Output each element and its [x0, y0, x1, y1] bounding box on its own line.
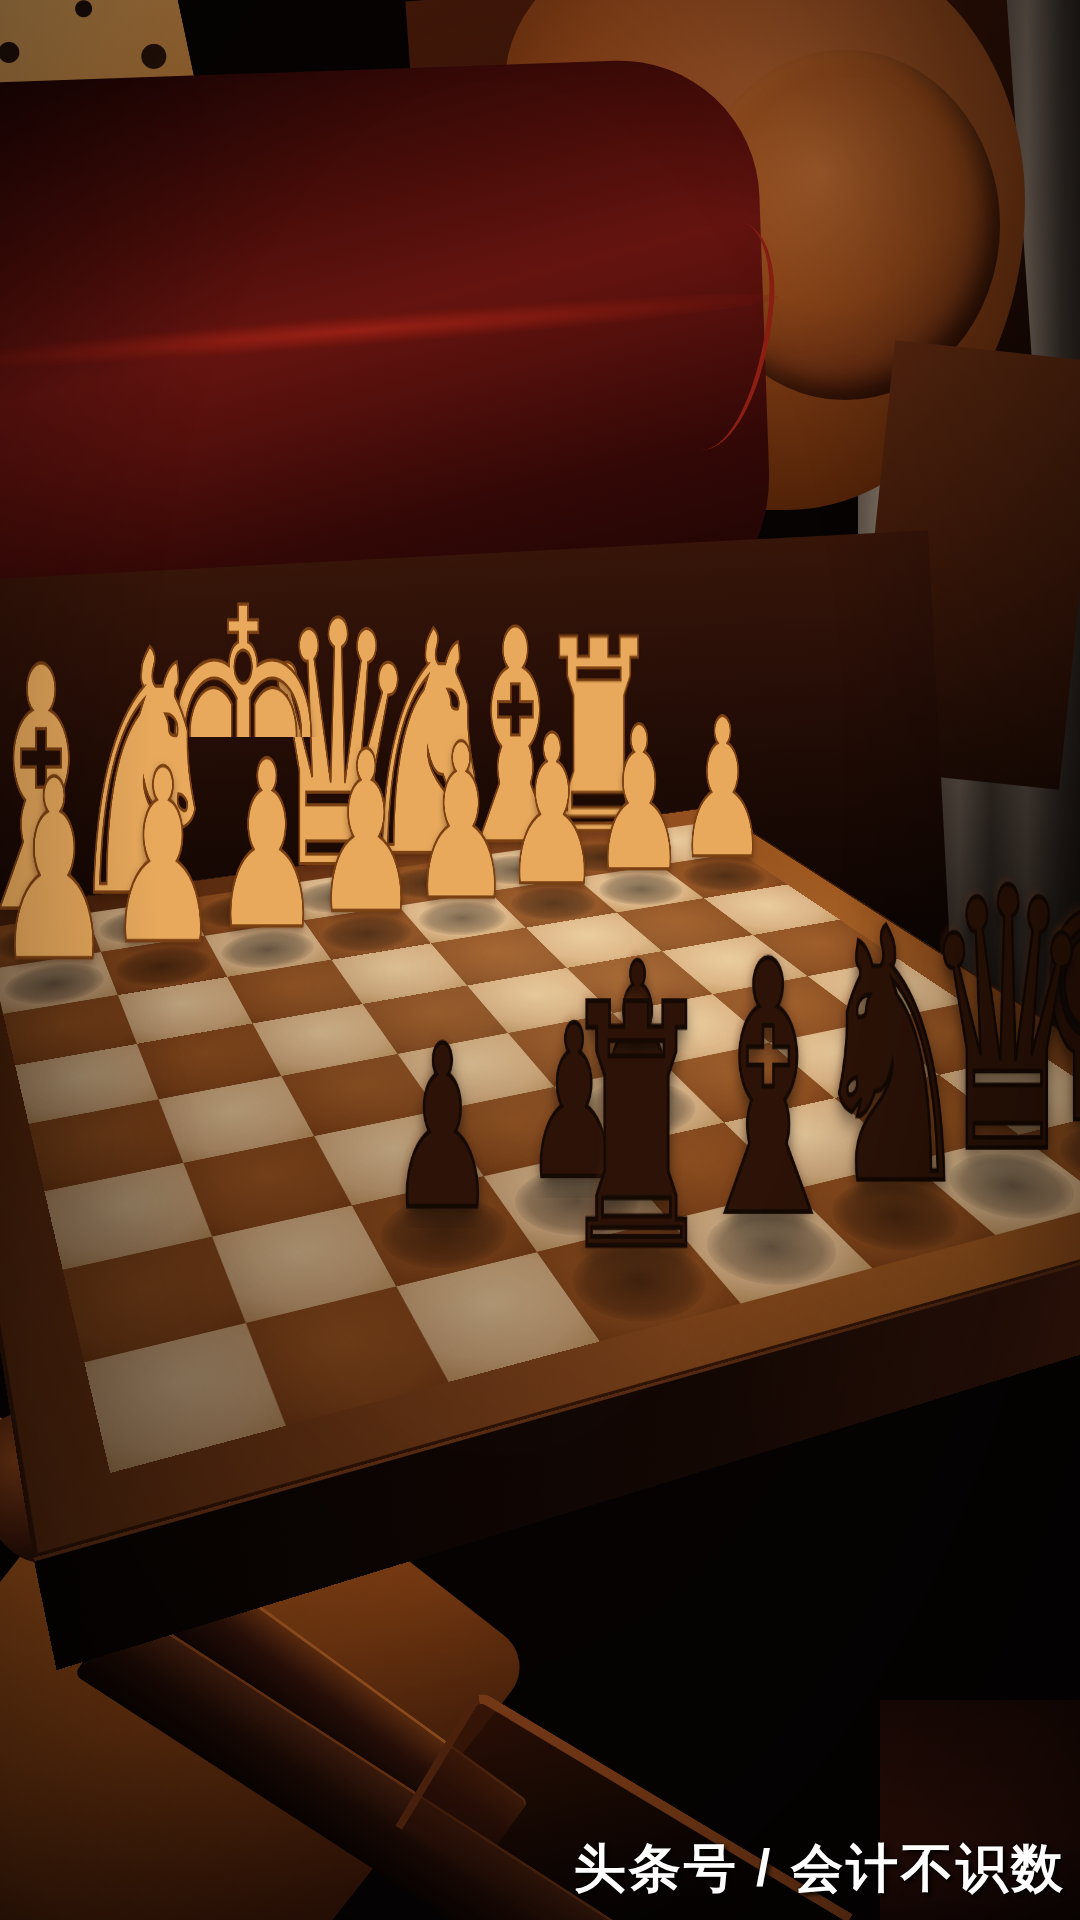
square-g5 [159, 1076, 315, 1163]
white-pawn: ♟ [213, 731, 322, 962]
white-pawn: ♟ [106, 739, 219, 979]
white-pawn: ♟ [592, 701, 686, 900]
white-pawn: ♟ [0, 748, 113, 997]
white-pawn: ♟ [314, 723, 419, 945]
white-pawn: ♟ [411, 715, 512, 929]
square-g3 [118, 977, 253, 1044]
square-g2: ♟ [101, 936, 227, 995]
black-pawn: ♟ [389, 1017, 495, 1242]
chessboard: ♝♞♚♛♞♝♜♟♟♟♟♟♟♟♟♟♟♟♜♝♞♛♚ [0, 806, 1080, 1558]
watermark-text: 头条号 / 会计不识数 [574, 1834, 1066, 1904]
black-rook: ♜ [557, 962, 715, 1297]
white-pawn: ♟ [503, 708, 600, 914]
white-pawn: ♟ [677, 694, 768, 886]
